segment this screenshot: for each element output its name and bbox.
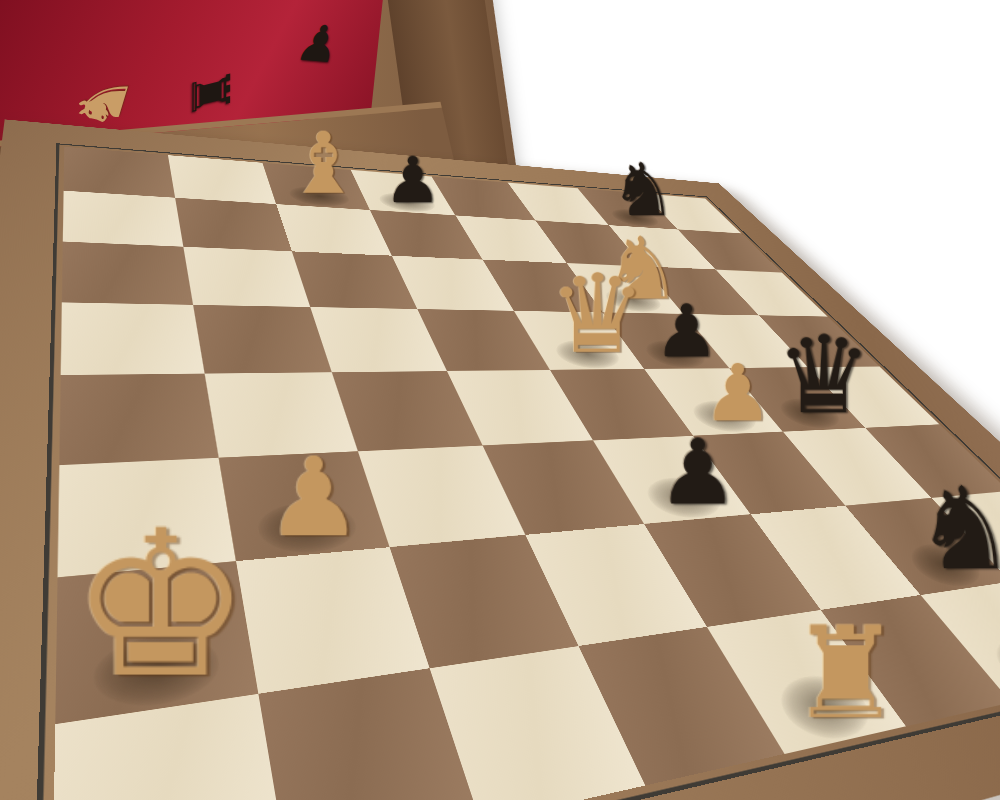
chessboard: ♝♟♞♞♛♟♟♛♟♟♚♞♜♝ [0,119,1000,800]
board-scene: ♝♟♞♞♛♟♟♛♟♟♚♞♜♝ [0,0,1000,800]
white-pawn[interactable]: ♟ [266,443,364,552]
black-pawn[interactable]: ♟ [657,427,738,518]
square-a2[interactable] [63,190,183,246]
white-bishop[interactable]: ♝ [285,121,361,206]
white-king[interactable]: ♚ [70,503,251,705]
black-queen[interactable]: ♛ [775,321,871,429]
black-knight[interactable]: ♞ [610,154,675,227]
square-a7[interactable]: ♚ [55,561,257,723]
square-a1[interactable] [64,147,175,198]
square-b1[interactable] [168,155,277,204]
square-b2[interactable] [175,197,292,251]
square-c1[interactable]: ♝ [263,163,370,210]
square-c3[interactable] [292,251,417,308]
square-a4[interactable] [61,302,204,375]
playing-area: ♝♟♞♞♛♟♟♛♟♟♚♞♜♝ [52,147,1000,800]
square-a3[interactable] [62,242,193,305]
white-rook[interactable]: ♜ [789,611,902,737]
square-c4[interactable] [310,307,446,373]
square-c6[interactable] [358,445,525,547]
black-pawn[interactable]: ♟ [384,148,441,212]
black-knight[interactable]: ♞ [914,472,1000,586]
square-a5[interactable] [59,374,218,465]
white-queen[interactable]: ♛ [548,259,646,368]
square-b4[interactable] [192,305,331,374]
square-b3[interactable] [183,247,310,307]
page: { "game": "chess", "scene_description": … [0,0,1000,800]
square-b8[interactable] [257,668,480,800]
